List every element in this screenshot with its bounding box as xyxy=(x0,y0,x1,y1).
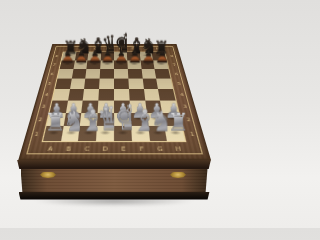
square-a6[interactable] xyxy=(57,69,73,79)
square-c5[interactable] xyxy=(84,79,99,89)
square-e6[interactable] xyxy=(114,69,128,79)
piece-white-king-e1[interactable]: ♚ xyxy=(114,100,132,135)
piece-black-pawn-h7[interactable]: ♟ xyxy=(154,49,167,65)
piece-black-pawn-g7[interactable]: ♟ xyxy=(141,49,154,65)
square-c6[interactable] xyxy=(85,69,100,79)
piece-black-pawn-b7[interactable]: ♟ xyxy=(74,49,87,65)
square-a5[interactable] xyxy=(54,79,71,89)
piece-white-bishop-f1[interactable]: ♝ xyxy=(131,106,149,136)
square-d6[interactable] xyxy=(99,69,113,79)
chess-board: AABBCCDDEEFFGGHH1122334455667788♜♞♝♛♚♝♞♜… xyxy=(18,44,210,160)
piece-white-bishop-c1[interactable]: ♝ xyxy=(79,106,97,136)
square-d5[interactable] xyxy=(99,79,114,89)
piece-black-pawn-d7[interactable]: ♟ xyxy=(101,49,114,65)
piece-black-pawn-e7[interactable]: ♟ xyxy=(114,49,127,65)
piece-white-rook-h1[interactable]: ♜ xyxy=(166,111,184,136)
piece-white-rook-a1[interactable]: ♜ xyxy=(44,111,62,136)
scene: AABBCCDDEEFFGGHH1122334455667788♜♞♝♛♚♝♞♜… xyxy=(0,0,228,228)
square-f5[interactable] xyxy=(128,79,143,89)
piece-white-queen-d1[interactable]: ♛ xyxy=(96,103,114,136)
square-b5[interactable] xyxy=(69,79,85,89)
piece-white-knight-g1[interactable]: ♞ xyxy=(149,107,167,135)
square-h5[interactable] xyxy=(156,79,173,89)
square-h6[interactable] xyxy=(155,69,171,79)
rank-label-left-5: 5 xyxy=(44,82,54,87)
piece-white-knight-b1[interactable]: ♞ xyxy=(61,107,79,135)
square-g5[interactable] xyxy=(142,79,158,89)
rank-label-left-8: 8 xyxy=(52,54,61,58)
square-f6[interactable] xyxy=(127,69,142,79)
square-e5[interactable] xyxy=(114,79,129,89)
piece-black-pawn-a7[interactable]: ♟ xyxy=(60,49,73,65)
square-g6[interactable] xyxy=(141,69,156,79)
square-b6[interactable] xyxy=(71,69,86,79)
piece-black-pawn-c7[interactable]: ♟ xyxy=(87,49,100,65)
piece-black-pawn-f7[interactable]: ♟ xyxy=(127,49,140,65)
rank-label-right-5: 5 xyxy=(174,82,184,87)
